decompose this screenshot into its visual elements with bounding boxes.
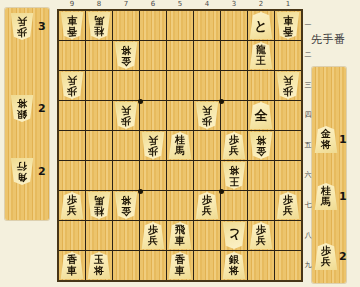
hoshi-dot	[138, 189, 143, 194]
piece-kanji: 兵	[256, 236, 266, 247]
piece-kanji: 歩	[148, 146, 158, 157]
piece-kanji: 将	[94, 266, 104, 277]
piece-王将[interactable]: 王将	[222, 162, 246, 189]
piece-kanji: 桂	[321, 186, 331, 197]
piece-歩兵[interactable]: 歩兵	[249, 222, 273, 249]
turn-indicator: 先手番	[311, 32, 357, 47]
piece-kanji: 兵	[321, 257, 331, 268]
piece-kanji: 歩	[321, 246, 331, 257]
piece-kanji: 歩	[229, 135, 239, 146]
piece-金将[interactable]: 金将	[114, 42, 138, 69]
piece-角行[interactable]: 角行	[10, 158, 34, 185]
piece-kanji: 歩	[67, 195, 77, 206]
sente-hand-knight[interactable]: 桂馬	[314, 183, 338, 210]
piece-と[interactable]: と	[222, 222, 246, 249]
piece-kanji: 兵	[121, 105, 131, 116]
sente-hand-gold-row: 金将 1	[312, 126, 346, 156]
piece-桂馬[interactable]: 桂馬	[314, 183, 338, 210]
piece-kanji: 歩	[17, 27, 27, 38]
piece-歩兵[interactable]: 歩兵	[114, 102, 138, 129]
piece-歩兵[interactable]: 歩兵	[276, 72, 300, 99]
piece-歩兵[interactable]: 歩兵	[10, 13, 34, 40]
file-label-8: 8	[86, 0, 112, 9]
piece-歩兵[interactable]: 歩兵	[276, 192, 300, 219]
piece-kanji: 歩	[202, 116, 212, 127]
piece-kanji: 将	[121, 45, 131, 56]
piece-kanji: 将	[256, 135, 266, 146]
sente-hand-gold-count: 1	[339, 133, 347, 146]
file-label-2: 2	[248, 0, 274, 9]
piece-kanji: 金	[121, 56, 131, 67]
piece-kanji: 歩	[256, 225, 266, 236]
file-label-9: 9	[59, 0, 85, 9]
piece-kanji: 将	[229, 165, 239, 176]
piece-kanji: 龍	[256, 45, 266, 56]
piece-kanji: 車	[283, 15, 293, 26]
shogi-board: 香車桂馬と香車金将龍王歩兵歩兵歩兵歩兵全歩兵桂馬歩兵金将王将歩兵桂馬金将歩兵歩兵…	[57, 9, 303, 282]
piece-龍王[interactable]: 龍王	[249, 42, 273, 69]
piece-kanji: 桂	[94, 26, 104, 37]
piece-kanji: 歩	[67, 86, 77, 97]
piece-kanji: 将	[229, 266, 239, 277]
sente-hand-pawn-count: 2	[339, 250, 347, 263]
gote-hand-silver-row: 銀将 2	[5, 95, 49, 125]
gote-hand-pawn-row: 歩兵 3	[5, 13, 49, 43]
piece-kanji: 馬	[175, 146, 185, 157]
gote-hand-silver-count: 2	[38, 102, 46, 115]
piece-kanji: 角	[17, 172, 27, 183]
gote-hand-pawn-count: 3	[38, 20, 46, 33]
piece-銀将[interactable]: 銀将	[10, 95, 34, 122]
piece-飛車[interactable]: 飛車	[168, 222, 192, 249]
piece-kanji: 兵	[67, 206, 77, 217]
piece-kanji: 車	[175, 236, 185, 247]
piece-kanji: 銀	[229, 255, 239, 266]
piece-kanji: 車	[67, 266, 77, 277]
piece-kanji: と	[227, 229, 240, 243]
piece-kanji: 将	[321, 140, 331, 151]
piece-kanji: 馬	[94, 15, 104, 26]
piece-kanji: 香	[67, 26, 77, 37]
piece-kanji: 馬	[321, 197, 331, 208]
sente-hand-pawn-row: 歩兵 2	[312, 243, 346, 273]
piece-香車[interactable]: 香車	[60, 12, 84, 39]
sente-hand-gold[interactable]: 金将	[314, 126, 338, 153]
file-label-1: 1	[275, 0, 301, 9]
piece-歩兵[interactable]: 歩兵	[60, 72, 84, 99]
piece-kanji: 兵	[283, 75, 293, 86]
piece-kanji: 金	[121, 206, 131, 217]
piece-kanji: 玉	[94, 255, 104, 266]
piece-kanji: 兵	[283, 206, 293, 217]
piece-kanji: 兵	[67, 75, 77, 86]
piece-桂馬[interactable]: 桂馬	[87, 12, 111, 39]
hoshi-dot	[219, 189, 224, 194]
shogi-screen: 歩兵 3 銀将 2 角行 2 987654321 香車桂馬と香車金将龍王歩兵歩兵…	[0, 0, 360, 287]
piece-歩兵[interactable]: 歩兵	[141, 132, 165, 159]
rank-label-一: 一	[303, 20, 313, 30]
piece-金将[interactable]: 金将	[114, 192, 138, 219]
sente-hand-pawn[interactable]: 歩兵	[314, 243, 338, 270]
piece-kanji: 歩	[283, 195, 293, 206]
piece-kanji: 将	[121, 195, 131, 206]
piece-kanji: 銀	[17, 109, 27, 120]
piece-kanji: 車	[67, 15, 77, 26]
piece-kanji: 桂	[175, 135, 185, 146]
file-label-6: 6	[140, 0, 166, 9]
file-label-7: 7	[113, 0, 139, 9]
piece-kanji: 車	[175, 266, 185, 277]
gote-hand-bishop[interactable]: 角行	[10, 158, 34, 185]
piece-歩兵[interactable]: 歩兵	[141, 222, 165, 249]
piece-香車[interactable]: 香車	[168, 252, 192, 279]
piece-kanji: 歩	[202, 195, 212, 206]
piece-kanji: 馬	[94, 195, 104, 206]
piece-香車[interactable]: 香車	[60, 252, 84, 279]
piece-金将[interactable]: 金将	[249, 132, 273, 159]
piece-kanji: と	[254, 19, 267, 33]
piece-kanji: 行	[17, 161, 27, 172]
rank-label-二: 二	[303, 50, 313, 60]
gote-hand-bishop-count: 2	[38, 165, 46, 178]
gote-hand-bishop-row: 角行 2	[5, 158, 49, 188]
piece-kanji: 兵	[17, 16, 27, 27]
file-label-5: 5	[167, 0, 193, 9]
piece-kanji: 全	[255, 109, 268, 123]
piece-kanji: 歩	[148, 225, 158, 236]
piece-kanji: 兵	[229, 146, 239, 157]
piece-玉将[interactable]: 玉将	[87, 252, 111, 279]
piece-桂馬[interactable]: 桂馬	[168, 132, 192, 159]
piece-kanji: 金	[321, 129, 331, 140]
gote-hand-pawn[interactable]: 歩兵	[10, 13, 34, 40]
piece-kanji: 香	[67, 255, 77, 266]
piece-kanji: 桂	[94, 206, 104, 217]
hoshi-dot	[219, 99, 224, 104]
piece-kanji: 歩	[121, 116, 131, 127]
piece-kanji: 金	[256, 146, 266, 157]
piece-歩兵[interactable]: 歩兵	[60, 192, 84, 219]
piece-歩兵[interactable]: 歩兵	[195, 192, 219, 219]
file-label-3: 3	[221, 0, 247, 9]
piece-桂馬[interactable]: 桂馬	[87, 192, 111, 219]
piece-歩兵[interactable]: 歩兵	[195, 102, 219, 129]
piece-kanji: 兵	[148, 236, 158, 247]
sente-hand-knight-row: 桂馬 1	[312, 183, 346, 213]
gote-hand-silver[interactable]: 銀将	[10, 95, 34, 122]
piece-金将[interactable]: 金将	[314, 126, 338, 153]
piece-kanji: 香	[283, 26, 293, 37]
piece-香車[interactable]: 香車	[276, 12, 300, 39]
file-label-4: 4	[194, 0, 220, 9]
hoshi-dot	[138, 99, 143, 104]
piece-と[interactable]: と	[249, 12, 273, 39]
piece-歩兵[interactable]: 歩兵	[222, 132, 246, 159]
sente-hand-stand: 金将 1 桂馬 1 歩兵 2	[312, 67, 346, 283]
board-overlay: 香車桂馬と香車金将龍王歩兵歩兵歩兵歩兵全歩兵桂馬歩兵金将王将歩兵桂馬金将歩兵歩兵…	[59, 11, 301, 280]
piece-歩兵[interactable]: 歩兵	[314, 243, 338, 270]
piece-kanji: 将	[17, 98, 27, 109]
piece-kanji: 兵	[202, 206, 212, 217]
gote-hand-stand: 歩兵 3 銀将 2 角行 2	[5, 8, 49, 220]
piece-kanji: 兵	[148, 135, 158, 146]
sente-hand-knight-count: 1	[339, 190, 347, 203]
piece-kanji: 飛	[175, 225, 185, 236]
file-labels: 987654321	[57, 0, 304, 9]
piece-銀将[interactable]: 銀将	[222, 252, 246, 279]
piece-全[interactable]: 全	[249, 102, 273, 129]
piece-kanji: 香	[175, 255, 185, 266]
piece-kanji: 歩	[283, 86, 293, 97]
piece-kanji: 兵	[202, 105, 212, 116]
piece-kanji: 王	[256, 56, 266, 67]
piece-kanji: 王	[229, 176, 239, 187]
